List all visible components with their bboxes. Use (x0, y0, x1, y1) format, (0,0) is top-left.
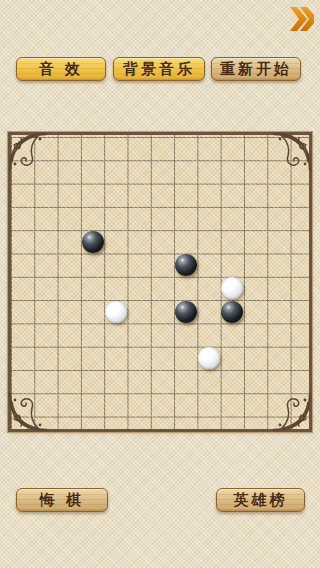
double-chevron-right-icon (289, 6, 315, 32)
stone-white (198, 347, 220, 369)
stone-white (221, 277, 243, 299)
ornate-corner-bottom-right (272, 392, 312, 432)
stone-black (175, 301, 197, 323)
background-music-button[interactable]: 背景音乐 (113, 57, 205, 81)
more-options-button[interactable] (289, 6, 315, 32)
stone-black (82, 231, 104, 253)
stone-white (105, 301, 127, 323)
gomoku-board[interactable] (8, 132, 312, 432)
ornate-corner-top-right (272, 132, 312, 172)
stone-black (175, 254, 197, 276)
ornate-corner-top-left (8, 132, 48, 172)
gomoku-app: { "game": "gomoku", "app": { "title": "五… (0, 0, 320, 568)
ornate-corner-bottom-left (8, 392, 48, 432)
leaderboard-button[interactable]: 英雄榜 (216, 488, 305, 512)
stone-black (221, 301, 243, 323)
sound-effects-button[interactable]: 音 效 (16, 57, 106, 81)
undo-move-button[interactable]: 悔 棋 (16, 488, 108, 512)
restart-button[interactable]: 重新开始 (211, 57, 301, 81)
